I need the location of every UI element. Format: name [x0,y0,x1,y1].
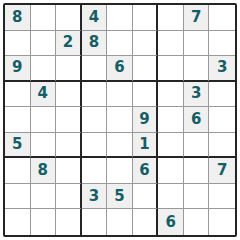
cell-r4c1[interactable] [5,82,31,108]
cell-r4c7[interactable] [158,82,184,108]
cell-r6c5[interactable] [107,133,133,159]
cell-r3c4[interactable] [82,56,108,82]
cell-r9c6[interactable] [133,209,159,235]
cell-r2c6[interactable] [133,31,159,57]
cell-r4c8: 3 [184,82,210,108]
cell-r2c8[interactable] [184,31,210,57]
cell-r1c8: 7 [184,5,210,31]
cell-r8c2[interactable] [31,184,57,210]
cell-r6c9[interactable] [209,133,235,159]
cell-r9c1[interactable] [5,209,31,235]
cell-r7c2: 8 [31,158,57,184]
cell-r1c4: 4 [82,5,108,31]
cell-r1c2[interactable] [31,5,57,31]
cell-r2c5[interactable] [107,31,133,57]
cell-r5c3[interactable] [56,107,82,133]
cell-r6c8[interactable] [184,133,210,159]
cell-r4c3[interactable] [56,82,82,108]
cell-r9c7: 6 [158,209,184,235]
cell-r1c5[interactable] [107,5,133,31]
cell-r9c2[interactable] [31,209,57,235]
cell-r9c4[interactable] [82,209,108,235]
cell-r5c8: 6 [184,107,210,133]
cell-r4c4[interactable] [82,82,108,108]
cell-r6c3[interactable] [56,133,82,159]
cell-r6c2[interactable] [31,133,57,159]
cell-r3c9: 3 [209,56,235,82]
cell-r7c4[interactable] [82,158,108,184]
cell-r8c9[interactable] [209,184,235,210]
cell-r7c3[interactable] [56,158,82,184]
cell-r5c1[interactable] [5,107,31,133]
cell-r9c9[interactable] [209,209,235,235]
cell-r7c5[interactable] [107,158,133,184]
cell-r7c7[interactable] [158,158,184,184]
cell-r8c1[interactable] [5,184,31,210]
cell-r9c8[interactable] [184,209,210,235]
cell-r7c6: 6 [133,158,159,184]
sudoku-board: 84728963439651867356 [3,3,237,237]
cell-r5c7[interactable] [158,107,184,133]
cell-r3c5: 6 [107,56,133,82]
cell-r2c3: 2 [56,31,82,57]
cell-r4c5[interactable] [107,82,133,108]
cell-r1c3[interactable] [56,5,82,31]
cell-r8c5: 5 [107,184,133,210]
cell-r6c7[interactable] [158,133,184,159]
cell-r5c5[interactable] [107,107,133,133]
cell-r8c3[interactable] [56,184,82,210]
cell-r2c7[interactable] [158,31,184,57]
cell-r6c1: 5 [5,133,31,159]
cell-r1c7[interactable] [158,5,184,31]
cell-r1c1: 8 [5,5,31,31]
cell-r4c6[interactable] [133,82,159,108]
cell-r4c2: 4 [31,82,57,108]
cell-r5c9[interactable] [209,107,235,133]
cell-r5c6: 9 [133,107,159,133]
cell-r3c1: 9 [5,56,31,82]
cell-r9c5[interactable] [107,209,133,235]
cell-r5c4[interactable] [82,107,108,133]
cell-r4c9[interactable] [209,82,235,108]
cell-r3c7[interactable] [158,56,184,82]
cell-r7c9: 7 [209,158,235,184]
cell-r3c3[interactable] [56,56,82,82]
cell-r8c8[interactable] [184,184,210,210]
cell-r7c8[interactable] [184,158,210,184]
cell-r3c2[interactable] [31,56,57,82]
cell-r2c2[interactable] [31,31,57,57]
cell-r6c6: 1 [133,133,159,159]
sudoku-page: 84728963439651867356 [0,0,240,240]
cell-r3c6[interactable] [133,56,159,82]
cell-r1c9[interactable] [209,5,235,31]
cell-r6c4[interactable] [82,133,108,159]
cell-r2c1[interactable] [5,31,31,57]
cell-r5c2[interactable] [31,107,57,133]
cell-r9c3[interactable] [56,209,82,235]
cell-r2c9[interactable] [209,31,235,57]
cell-r2c4: 8 [82,31,108,57]
cell-r8c6[interactable] [133,184,159,210]
cell-r7c1[interactable] [5,158,31,184]
cell-r8c7[interactable] [158,184,184,210]
cell-r3c8[interactable] [184,56,210,82]
cell-r8c4: 3 [82,184,108,210]
cell-r1c6[interactable] [133,5,159,31]
